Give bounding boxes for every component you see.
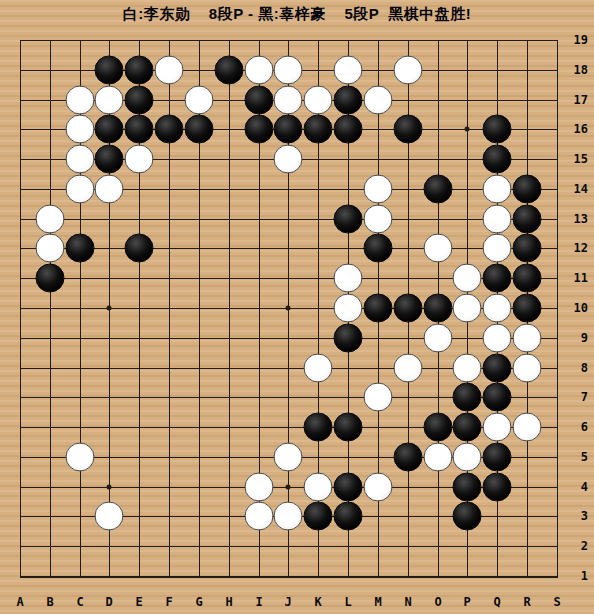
col-label: K — [308, 594, 328, 610]
black-stone — [304, 413, 333, 442]
grid-line-horizontal — [20, 576, 558, 578]
col-label: A — [10, 594, 30, 610]
grid-line-horizontal — [20, 338, 558, 339]
black-stone — [245, 86, 274, 115]
white-stone — [304, 354, 333, 383]
col-label: Q — [487, 594, 507, 610]
white-stone — [66, 145, 95, 174]
white-stone — [424, 234, 453, 263]
white-stone — [364, 383, 393, 412]
white-stone — [66, 115, 95, 144]
col-label: I — [249, 594, 269, 610]
white-stone — [513, 324, 542, 353]
row-label: 1 — [564, 568, 588, 584]
white-stone — [453, 443, 482, 472]
black-stone — [483, 443, 512, 472]
col-label: H — [219, 594, 239, 610]
row-label: 7 — [564, 389, 588, 405]
white-stone — [274, 502, 303, 531]
black-stone — [95, 115, 124, 144]
white-stone — [334, 264, 363, 293]
black-stone — [334, 502, 363, 531]
white-stone — [483, 294, 512, 323]
grid-line-vertical — [50, 40, 51, 578]
row-label: 10 — [564, 300, 588, 316]
black-stone — [453, 502, 482, 531]
black-stone — [334, 86, 363, 115]
white-stone — [483, 175, 512, 204]
black-stone — [245, 115, 274, 144]
black-stone — [513, 264, 542, 293]
white-stone — [95, 502, 124, 531]
white-stone — [364, 175, 393, 204]
white-stone — [483, 205, 512, 234]
black-stone — [483, 145, 512, 174]
row-label: 16 — [564, 121, 588, 137]
col-label: C — [70, 594, 90, 610]
white-stone — [274, 86, 303, 115]
white-stone — [424, 324, 453, 353]
black-stone — [125, 234, 154, 263]
white-stone — [483, 413, 512, 442]
white-stone — [155, 56, 184, 85]
white-stone — [36, 234, 65, 263]
white-stone — [274, 443, 303, 472]
white-stone — [304, 473, 333, 502]
col-label: O — [428, 594, 448, 610]
col-label: E — [129, 594, 149, 610]
white-stone — [364, 473, 393, 502]
grid-line-vertical — [20, 40, 21, 578]
white-stone — [245, 56, 274, 85]
white-stone — [453, 294, 482, 323]
black-stone — [95, 56, 124, 85]
grid-line-vertical — [229, 40, 230, 578]
white-stone — [513, 354, 542, 383]
black-stone — [66, 234, 95, 263]
black-stone — [155, 115, 184, 144]
white-stone — [95, 86, 124, 115]
white-stone — [394, 56, 423, 85]
black-stone — [125, 86, 154, 115]
black-stone — [483, 354, 512, 383]
black-stone — [125, 115, 154, 144]
row-label: 4 — [564, 479, 588, 495]
col-label: L — [338, 594, 358, 610]
col-label: G — [189, 594, 209, 610]
black-stone — [36, 264, 65, 293]
black-stone — [304, 502, 333, 531]
star-point — [286, 306, 291, 311]
black-stone — [334, 324, 363, 353]
row-label: 5 — [564, 449, 588, 465]
black-stone — [364, 234, 393, 263]
white-stone — [66, 86, 95, 115]
black-stone — [334, 473, 363, 502]
grid-line-horizontal — [20, 248, 558, 249]
black-stone — [304, 115, 333, 144]
white-stone — [304, 86, 333, 115]
black-stone — [483, 115, 512, 144]
row-label: 9 — [564, 330, 588, 346]
white-stone — [66, 443, 95, 472]
col-label: N — [398, 594, 418, 610]
row-label: 13 — [564, 211, 588, 227]
white-stone — [185, 86, 214, 115]
white-stone — [364, 86, 393, 115]
col-label: F — [159, 594, 179, 610]
row-label: 19 — [564, 32, 588, 48]
col-label: D — [99, 594, 119, 610]
white-stone — [66, 175, 95, 204]
row-label: 14 — [564, 181, 588, 197]
black-stone — [364, 294, 393, 323]
black-stone — [274, 115, 303, 144]
white-stone — [274, 145, 303, 174]
white-stone — [453, 354, 482, 383]
col-label: S — [547, 594, 567, 610]
white-stone — [274, 56, 303, 85]
star-point — [286, 485, 291, 490]
black-stone — [513, 294, 542, 323]
black-stone — [513, 205, 542, 234]
black-stone — [424, 294, 453, 323]
white-stone — [125, 145, 154, 174]
black-stone — [334, 205, 363, 234]
row-label: 12 — [564, 240, 588, 256]
white-stone — [334, 294, 363, 323]
row-label: 17 — [564, 92, 588, 108]
white-stone — [334, 56, 363, 85]
black-stone — [394, 115, 423, 144]
white-stone — [95, 175, 124, 204]
black-stone — [513, 234, 542, 263]
grid-line-vertical — [557, 40, 558, 578]
go-game-diagram: { "game": "go", "header": { "title": "白:… — [0, 0, 594, 614]
black-stone — [483, 264, 512, 293]
black-stone — [185, 115, 214, 144]
star-point — [465, 127, 470, 132]
black-stone — [513, 175, 542, 204]
white-stone — [36, 205, 65, 234]
grid-line-horizontal — [20, 219, 558, 220]
black-stone — [453, 413, 482, 442]
row-label: 11 — [564, 270, 588, 286]
row-label: 15 — [564, 151, 588, 167]
col-label: R — [517, 594, 537, 610]
col-label: B — [40, 594, 60, 610]
black-stone — [453, 383, 482, 412]
go-board: 19181716151413121110987654321ABCDEFGHIJK… — [0, 0, 594, 614]
col-label: M — [368, 594, 388, 610]
white-stone — [483, 234, 512, 263]
white-stone — [364, 205, 393, 234]
black-stone — [424, 413, 453, 442]
white-stone — [394, 354, 423, 383]
black-stone — [394, 443, 423, 472]
white-stone — [483, 324, 512, 353]
white-stone — [424, 443, 453, 472]
grid-line-horizontal — [20, 546, 558, 547]
black-stone — [334, 413, 363, 442]
row-label: 2 — [564, 538, 588, 554]
col-label: P — [457, 594, 477, 610]
black-stone — [483, 383, 512, 412]
grid-line-horizontal — [20, 40, 558, 41]
black-stone — [453, 473, 482, 502]
white-stone — [453, 264, 482, 293]
white-stone — [245, 502, 274, 531]
row-label: 3 — [564, 508, 588, 524]
black-stone — [125, 56, 154, 85]
col-label: J — [278, 594, 298, 610]
black-stone — [424, 175, 453, 204]
star-point — [107, 485, 112, 490]
black-stone — [483, 473, 512, 502]
white-stone — [513, 413, 542, 442]
black-stone — [334, 115, 363, 144]
row-label: 6 — [564, 419, 588, 435]
star-point — [107, 306, 112, 311]
row-label: 18 — [564, 62, 588, 78]
black-stone — [95, 145, 124, 174]
white-stone — [245, 473, 274, 502]
black-stone — [394, 294, 423, 323]
black-stone — [215, 56, 244, 85]
row-label: 8 — [564, 360, 588, 376]
